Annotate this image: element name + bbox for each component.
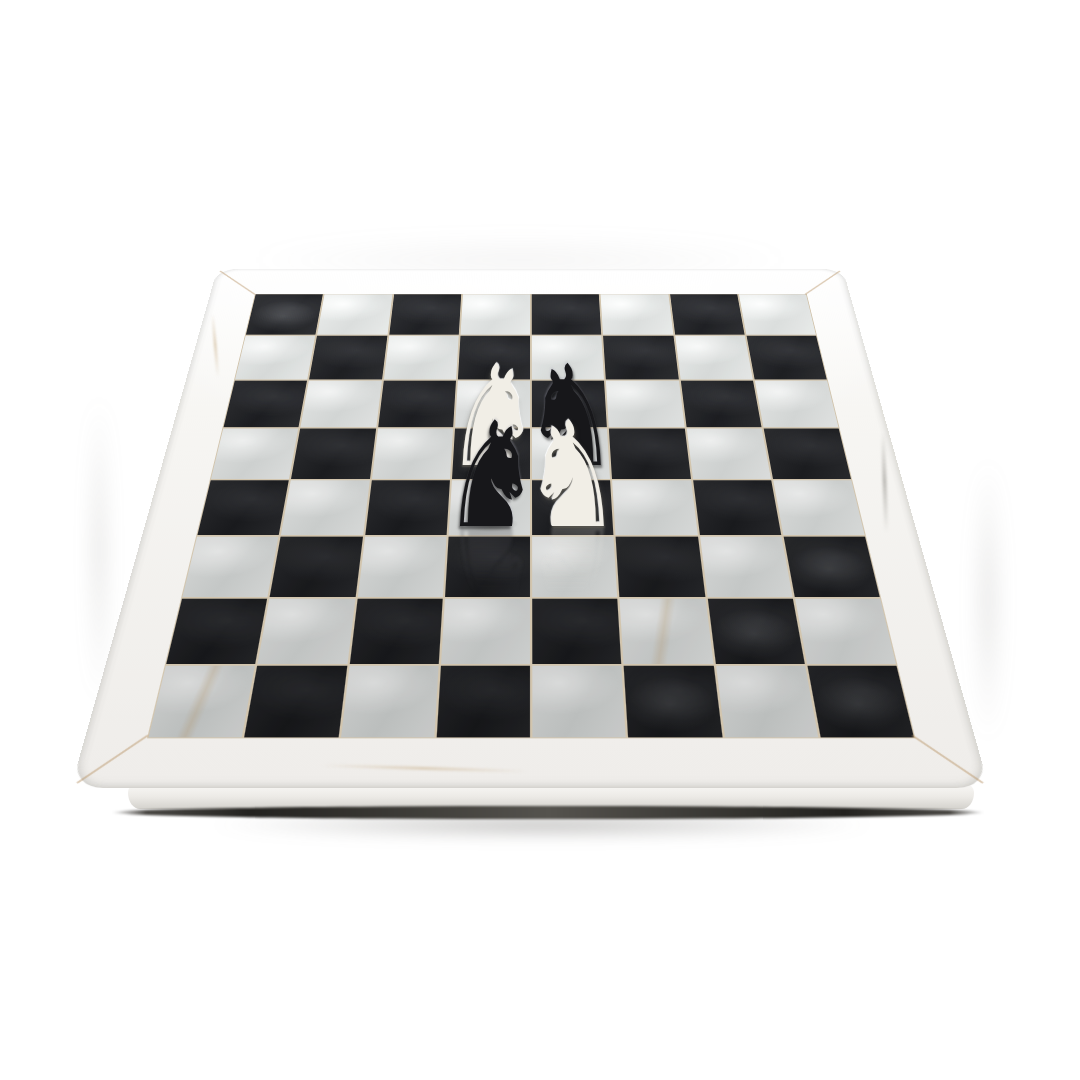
- product-photo-scene: ♞♞♞♞♞♞: [0, 0, 1080, 1080]
- white-knight-e4: ♞: [500, 402, 646, 548]
- white-knight-icon: ♞: [524, 402, 622, 548]
- pieces-layer: ♞♞♞♞♞♞: [0, 0, 1080, 1080]
